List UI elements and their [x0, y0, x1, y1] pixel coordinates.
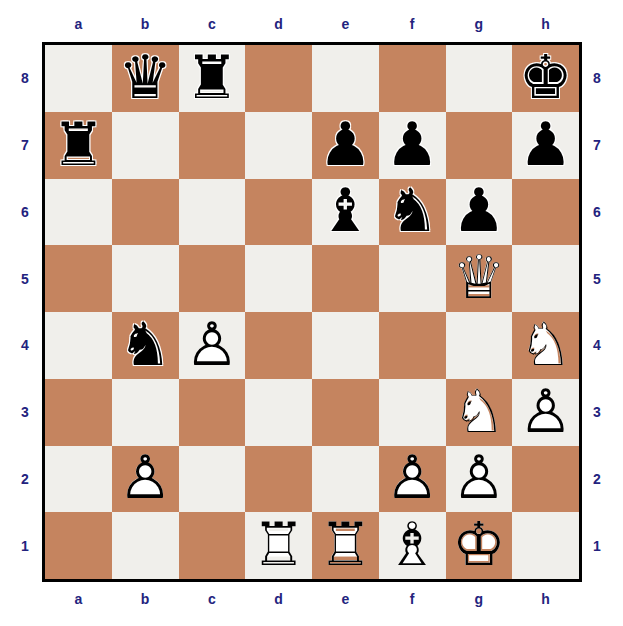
rank-label-2: 2 [12, 446, 38, 513]
piece-outline-layer: ♘ [446, 379, 513, 446]
square-b4[interactable]: ♞ [112, 312, 179, 379]
square-d3[interactable] [245, 379, 312, 446]
square-h7[interactable]: ♟ [512, 112, 579, 179]
square-d6[interactable] [245, 179, 312, 246]
square-h6[interactable] [512, 179, 579, 246]
piece-outline-layer: ♖ [245, 512, 312, 579]
black-pawn[interactable]: ♟ [512, 112, 579, 179]
black-bishop[interactable]: ♝ [312, 179, 379, 246]
white-pawn[interactable]: ♟♙ [446, 446, 513, 513]
square-e4[interactable] [312, 312, 379, 379]
square-d2[interactable] [245, 446, 312, 513]
square-f7[interactable]: ♟ [379, 112, 446, 179]
rank-label-7: 7 [12, 112, 38, 179]
white-knight[interactable]: ♞♘ [512, 312, 579, 379]
square-f2[interactable]: ♟♙ [379, 446, 446, 513]
square-h5[interactable] [512, 245, 579, 312]
black-king[interactable]: ♚ [512, 45, 579, 112]
rank-label-7: 7 [584, 112, 610, 179]
square-b3[interactable] [112, 379, 179, 446]
square-e1[interactable]: ♜♖ [312, 512, 379, 579]
square-c1[interactable] [179, 512, 246, 579]
rank-label-1: 1 [584, 512, 610, 579]
file-labels-top: abcdefgh [45, 12, 579, 36]
square-f6[interactable]: ♞ [379, 179, 446, 246]
piece-glyph-layer: ♞ [379, 179, 446, 246]
file-label-a: a [45, 587, 112, 611]
white-rook[interactable]: ♜♖ [245, 512, 312, 579]
rank-label-4: 4 [12, 312, 38, 379]
file-label-d: d [245, 587, 312, 611]
piece-glyph-layer: ♜ [45, 112, 112, 179]
square-g2[interactable]: ♟♙ [446, 446, 513, 513]
file-label-h: h [512, 587, 579, 611]
file-label-a: a [45, 12, 112, 36]
square-g5[interactable]: ♛♕ [446, 245, 513, 312]
square-b8[interactable]: ♛ [112, 45, 179, 112]
white-knight[interactable]: ♞♘ [446, 379, 513, 446]
square-a7[interactable]: ♜ [45, 112, 112, 179]
piece-glyph-layer: ♚ [512, 45, 579, 112]
square-g4[interactable] [446, 312, 513, 379]
square-e5[interactable] [312, 245, 379, 312]
white-king[interactable]: ♚♔ [446, 512, 513, 579]
square-d7[interactable] [245, 112, 312, 179]
piece-outline-layer: ♙ [112, 446, 179, 513]
square-f3[interactable] [379, 379, 446, 446]
file-label-c: c [179, 587, 246, 611]
square-b5[interactable] [112, 245, 179, 312]
piece-glyph-layer: ♝ [312, 179, 379, 246]
piece-outline-layer: ♖ [312, 512, 379, 579]
square-g7[interactable] [446, 112, 513, 179]
black-rook[interactable]: ♜ [45, 112, 112, 179]
square-d5[interactable] [245, 245, 312, 312]
piece-glyph-layer: ♟ [379, 112, 446, 179]
rank-label-8: 8 [584, 45, 610, 112]
square-a4[interactable] [45, 312, 112, 379]
square-a3[interactable] [45, 379, 112, 446]
black-rook[interactable]: ♜ [179, 45, 246, 112]
square-b7[interactable] [112, 112, 179, 179]
piece-glyph-layer: ♛ [112, 45, 179, 112]
black-knight[interactable]: ♞ [379, 179, 446, 246]
black-queen[interactable]: ♛ [112, 45, 179, 112]
black-pawn[interactable]: ♟ [379, 112, 446, 179]
white-pawn[interactable]: ♟♙ [379, 446, 446, 513]
square-a1[interactable] [45, 512, 112, 579]
square-g1[interactable]: ♚♔ [446, 512, 513, 579]
file-label-b: b [112, 587, 179, 611]
rank-label-6: 6 [584, 179, 610, 246]
white-bishop[interactable]: ♝♗ [379, 512, 446, 579]
square-a8[interactable] [45, 45, 112, 112]
square-c4[interactable]: ♟♙ [179, 312, 246, 379]
square-h4[interactable]: ♞♘ [512, 312, 579, 379]
square-f1[interactable]: ♝♗ [379, 512, 446, 579]
chess-board[interactable]: ♛♜♚♜♟♟♟♝♞♟♛♕♞♟♙♞♘♞♘♟♙♟♙♟♙♟♙♜♖♜♖♝♗♚♔ [42, 42, 582, 582]
rank-labels-left: 87654321 [12, 45, 38, 579]
square-e8[interactable] [312, 45, 379, 112]
white-pawn[interactable]: ♟♙ [512, 379, 579, 446]
square-e2[interactable] [312, 446, 379, 513]
file-label-g: g [446, 587, 513, 611]
square-c2[interactable] [179, 446, 246, 513]
piece-glyph-layer: ♟ [446, 179, 513, 246]
piece-outline-layer: ♙ [179, 312, 246, 379]
black-knight[interactable]: ♞ [112, 312, 179, 379]
piece-outline-layer: ♙ [512, 379, 579, 446]
piece-glyph-layer: ♟ [512, 112, 579, 179]
square-h3[interactable]: ♟♙ [512, 379, 579, 446]
white-pawn[interactable]: ♟♙ [179, 312, 246, 379]
square-e6[interactable]: ♝ [312, 179, 379, 246]
square-g8[interactable] [446, 45, 513, 112]
square-c7[interactable] [179, 112, 246, 179]
square-f4[interactable] [379, 312, 446, 379]
square-e7[interactable]: ♟ [312, 112, 379, 179]
piece-glyph-layer: ♜ [179, 45, 246, 112]
rank-label-2: 2 [584, 446, 610, 513]
white-rook[interactable]: ♜♖ [312, 512, 379, 579]
square-d8[interactable] [245, 45, 312, 112]
white-queen[interactable]: ♛♕ [446, 245, 513, 312]
piece-outline-layer: ♗ [379, 512, 446, 579]
square-d4[interactable] [245, 312, 312, 379]
file-label-e: e [312, 12, 379, 36]
piece-glyph-layer: ♞ [112, 312, 179, 379]
square-c3[interactable] [179, 379, 246, 446]
piece-outline-layer: ♕ [446, 245, 513, 312]
piece-outline-layer: ♙ [446, 446, 513, 513]
file-label-d: d [245, 12, 312, 36]
square-a5[interactable] [45, 245, 112, 312]
file-label-f: f [379, 12, 446, 36]
square-h2[interactable] [512, 446, 579, 513]
chess-diagram-page: { "game": { "name": "chess", "position":… [0, 0, 623, 626]
square-e3[interactable] [312, 379, 379, 446]
file-label-e: e [312, 587, 379, 611]
square-g3[interactable]: ♞♘ [446, 379, 513, 446]
black-pawn[interactable]: ♟ [446, 179, 513, 246]
rank-label-4: 4 [584, 312, 610, 379]
rank-label-5: 5 [584, 245, 610, 312]
square-h1[interactable] [512, 512, 579, 579]
piece-outline-layer: ♔ [446, 512, 513, 579]
square-c5[interactable] [179, 245, 246, 312]
piece-outline-layer: ♘ [512, 312, 579, 379]
rank-label-6: 6 [12, 179, 38, 246]
square-b6[interactable] [112, 179, 179, 246]
square-b1[interactable] [112, 512, 179, 579]
rank-labels-right: 87654321 [584, 45, 610, 579]
file-label-h: h [512, 12, 579, 36]
rank-label-3: 3 [584, 379, 610, 446]
file-labels-bottom: abcdefgh [45, 587, 579, 611]
white-pawn[interactable]: ♟♙ [112, 446, 179, 513]
square-a6[interactable] [45, 179, 112, 246]
square-c6[interactable] [179, 179, 246, 246]
rank-label-8: 8 [12, 45, 38, 112]
square-b2[interactable]: ♟♙ [112, 446, 179, 513]
rank-label-5: 5 [12, 245, 38, 312]
square-f5[interactable] [379, 245, 446, 312]
rank-label-3: 3 [12, 379, 38, 446]
file-label-g: g [446, 12, 513, 36]
square-g6[interactable]: ♟ [446, 179, 513, 246]
square-d1[interactable]: ♜♖ [245, 512, 312, 579]
piece-outline-layer: ♙ [379, 446, 446, 513]
square-c8[interactable]: ♜ [179, 45, 246, 112]
file-label-c: c [179, 12, 246, 36]
square-h8[interactable]: ♚ [512, 45, 579, 112]
square-a2[interactable] [45, 446, 112, 513]
piece-glyph-layer: ♟ [312, 112, 379, 179]
file-label-b: b [112, 12, 179, 36]
file-label-f: f [379, 587, 446, 611]
rank-label-1: 1 [12, 512, 38, 579]
black-pawn[interactable]: ♟ [312, 112, 379, 179]
square-f8[interactable] [379, 45, 446, 112]
